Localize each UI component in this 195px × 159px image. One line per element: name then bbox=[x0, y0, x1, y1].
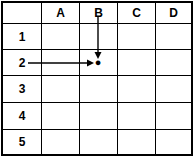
column-header-A: A bbox=[42, 3, 80, 24]
cell-D3 bbox=[156, 76, 191, 103]
cell-A4 bbox=[42, 103, 80, 130]
cell-D5 bbox=[156, 130, 191, 154]
row-header-3: 3 bbox=[3, 76, 42, 103]
cell-C4 bbox=[118, 103, 156, 130]
column-header-D: D bbox=[156, 3, 191, 24]
cell-B4 bbox=[80, 103, 118, 130]
coordinate-grid-figure: A B C D 1 2 ● 3 4 5 bbox=[0, 0, 195, 159]
cell-C1 bbox=[118, 24, 156, 50]
row-header-4: 4 bbox=[3, 103, 42, 130]
coordinate-grid: A B C D 1 2 ● 3 4 5 bbox=[1, 1, 193, 156]
cell-D2 bbox=[156, 50, 191, 76]
corner-cell bbox=[3, 3, 42, 24]
cell-A5 bbox=[42, 130, 80, 154]
cell-C3 bbox=[118, 76, 156, 103]
row-header-1: 1 bbox=[3, 24, 42, 50]
marker-dot: ● bbox=[95, 57, 102, 68]
column-header-B: B bbox=[80, 3, 118, 24]
cell-B1 bbox=[80, 24, 118, 50]
cell-D1 bbox=[156, 24, 191, 50]
cell-A3 bbox=[42, 76, 80, 103]
cell-C2 bbox=[118, 50, 156, 76]
cell-A2 bbox=[42, 50, 80, 76]
cell-B2: ● bbox=[80, 50, 118, 76]
cell-B5 bbox=[80, 130, 118, 154]
cell-B3 bbox=[80, 76, 118, 103]
column-header-C: C bbox=[118, 3, 156, 24]
cell-A1 bbox=[42, 24, 80, 50]
row-header-5: 5 bbox=[3, 130, 42, 154]
cell-C5 bbox=[118, 130, 156, 154]
row-header-2: 2 bbox=[3, 50, 42, 76]
cell-D4 bbox=[156, 103, 191, 130]
